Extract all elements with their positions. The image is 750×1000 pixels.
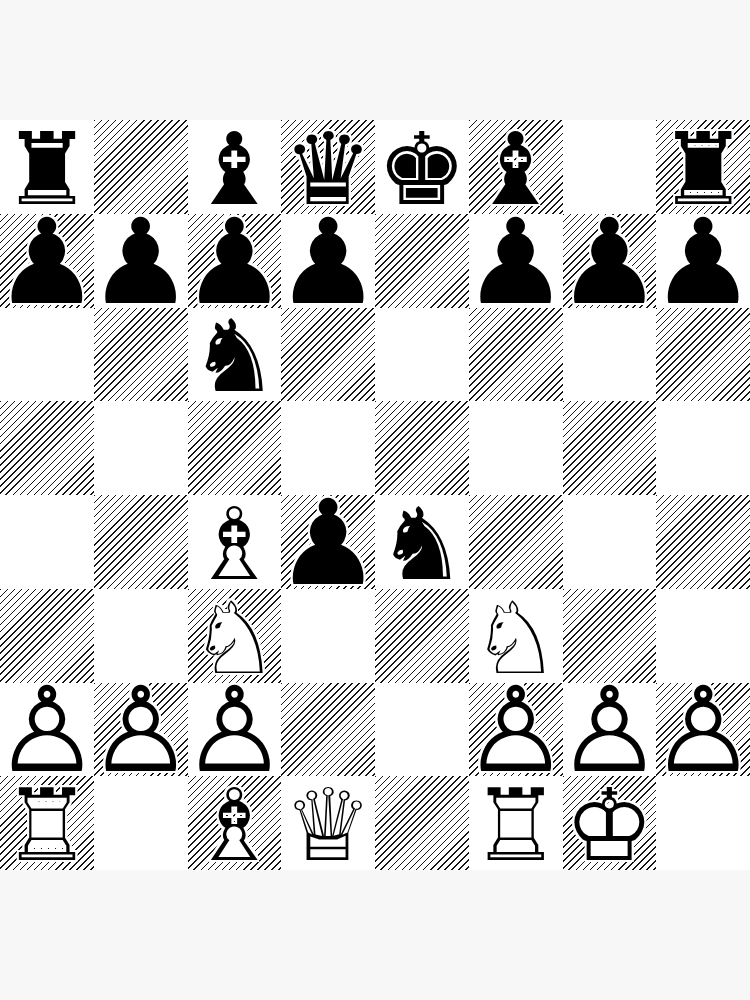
piece-halo: ♟ <box>188 684 282 778</box>
square-e6[interactable] <box>375 308 469 402</box>
piece-halo: ♟ <box>656 215 750 309</box>
white-pawn-h2: ♙ <box>656 684 750 778</box>
black-king-e8: ♚ <box>375 123 469 217</box>
piece-halo: ♞ <box>188 311 282 405</box>
black-pawn-a7: ♟ <box>0 215 94 309</box>
square-g6[interactable] <box>563 308 657 402</box>
piece-halo: ♞ <box>375 498 469 592</box>
piece-halo: ♝ <box>188 779 282 873</box>
black-queen-d8: ♛ <box>281 123 375 217</box>
piece-halo: ♟ <box>0 215 94 309</box>
piece-halo: ♟ <box>281 215 375 309</box>
white-bishop-c4: ♗ <box>188 498 282 592</box>
square-a3[interactable] <box>0 589 94 683</box>
square-c1[interactable]: ♝♗ <box>188 776 282 870</box>
square-g4[interactable] <box>563 495 657 589</box>
piece-halo: ♚ <box>375 123 469 217</box>
white-rook-a1: ♖ <box>0 779 94 873</box>
piece-halo: ♟ <box>188 215 282 309</box>
piece-halo: ♝ <box>188 498 282 592</box>
square-c7[interactable]: ♟♟ <box>188 214 282 308</box>
piece-halo: ♞ <box>188 592 282 686</box>
piece-halo: ♟ <box>94 684 188 778</box>
square-g3[interactable] <box>563 589 657 683</box>
black-knight-e4: ♞ <box>375 498 469 592</box>
white-rook-f1: ♖ <box>469 779 563 873</box>
square-d4[interactable]: ♟♟ <box>281 495 375 589</box>
square-b4[interactable] <box>94 495 188 589</box>
white-pawn-f2: ♙ <box>469 684 563 778</box>
black-rook-h8: ♜ <box>656 123 750 217</box>
piece-halo: ♜ <box>656 123 750 217</box>
square-b3[interactable] <box>94 589 188 683</box>
white-pawn-b2: ♙ <box>94 684 188 778</box>
white-queen-d1: ♕ <box>281 779 375 873</box>
square-g2[interactable]: ♟♙ <box>563 683 657 777</box>
square-h4[interactable] <box>656 495 750 589</box>
square-c3[interactable]: ♞♘ <box>188 589 282 683</box>
square-a8[interactable]: ♜♜ <box>0 120 94 214</box>
square-c5[interactable] <box>188 401 282 495</box>
square-h1[interactable] <box>656 776 750 870</box>
black-pawn-h7: ♟ <box>656 215 750 309</box>
square-a7[interactable]: ♟♟ <box>0 214 94 308</box>
square-g5[interactable] <box>563 401 657 495</box>
piece-halo: ♟ <box>563 215 657 309</box>
square-f7[interactable]: ♟♟ <box>469 214 563 308</box>
square-f4[interactable] <box>469 495 563 589</box>
piece-halo: ♞ <box>469 592 563 686</box>
square-d6[interactable] <box>281 308 375 402</box>
chess-board: ♜♜♝♝♛♛♚♚♝♝♜♜♟♟♟♟♟♟♟♟♟♟♟♟♟♟♞♞♝♗♟♟♞♞♞♘♞♘♟♙… <box>0 120 750 870</box>
square-f3[interactable]: ♞♘ <box>469 589 563 683</box>
square-b5[interactable] <box>94 401 188 495</box>
square-b6[interactable] <box>94 308 188 402</box>
square-c4[interactable]: ♝♗ <box>188 495 282 589</box>
white-bishop-c1: ♗ <box>188 779 282 873</box>
piece-halo: ♚ <box>563 779 657 873</box>
square-d3[interactable] <box>281 589 375 683</box>
piece-halo: ♛ <box>281 779 375 873</box>
square-e3[interactable] <box>375 589 469 683</box>
square-f8[interactable]: ♝♝ <box>469 120 563 214</box>
square-d1[interactable]: ♛♕ <box>281 776 375 870</box>
black-bishop-c8: ♝ <box>188 123 282 217</box>
square-e8[interactable]: ♚♚ <box>375 120 469 214</box>
square-h8[interactable]: ♜♜ <box>656 120 750 214</box>
square-d2[interactable] <box>281 683 375 777</box>
piece-halo: ♟ <box>656 684 750 778</box>
square-e5[interactable] <box>375 401 469 495</box>
square-e1[interactable] <box>375 776 469 870</box>
square-a1[interactable]: ♜♖ <box>0 776 94 870</box>
piece-halo: ♟ <box>0 684 94 778</box>
square-b7[interactable]: ♟♟ <box>94 214 188 308</box>
square-e4[interactable]: ♞♞ <box>375 495 469 589</box>
square-h5[interactable] <box>656 401 750 495</box>
square-f1[interactable]: ♜♖ <box>469 776 563 870</box>
piece-halo: ♟ <box>94 215 188 309</box>
square-a4[interactable] <box>0 495 94 589</box>
square-b1[interactable] <box>94 776 188 870</box>
piece-halo: ♝ <box>188 123 282 217</box>
piece-halo: ♟ <box>563 684 657 778</box>
square-h6[interactable] <box>656 308 750 402</box>
black-pawn-d4: ♟ <box>281 496 375 590</box>
black-pawn-b7: ♟ <box>94 215 188 309</box>
square-h3[interactable] <box>656 589 750 683</box>
piece-halo: ♜ <box>0 779 94 873</box>
piece-halo: ♝ <box>469 123 563 217</box>
square-c2[interactable]: ♟♙ <box>188 683 282 777</box>
black-bishop-f8: ♝ <box>469 123 563 217</box>
square-b8[interactable] <box>94 120 188 214</box>
square-g1[interactable]: ♚♔ <box>563 776 657 870</box>
square-d8[interactable]: ♛♛ <box>281 120 375 214</box>
square-g8[interactable] <box>563 120 657 214</box>
piece-halo: ♟ <box>469 684 563 778</box>
square-e2[interactable] <box>375 683 469 777</box>
square-c6[interactable]: ♞♞ <box>188 308 282 402</box>
white-knight-c3: ♘ <box>188 592 282 686</box>
black-knight-c6: ♞ <box>188 311 282 405</box>
square-h7[interactable]: ♟♟ <box>656 214 750 308</box>
square-a6[interactable] <box>0 308 94 402</box>
white-pawn-c2: ♙ <box>188 684 282 778</box>
black-pawn-f7: ♟ <box>469 215 563 309</box>
piece-halo: ♜ <box>469 779 563 873</box>
piece-halo: ♜ <box>0 123 94 217</box>
white-pawn-g2: ♙ <box>563 684 657 778</box>
black-pawn-d7: ♟ <box>281 215 375 309</box>
square-c8[interactable]: ♝♝ <box>188 120 282 214</box>
square-a5[interactable] <box>0 401 94 495</box>
square-e7[interactable] <box>375 214 469 308</box>
white-knight-f3: ♘ <box>469 592 563 686</box>
piece-halo: ♟ <box>469 215 563 309</box>
black-pawn-c7: ♟ <box>188 215 282 309</box>
square-f5[interactable] <box>469 401 563 495</box>
piece-halo: ♟ <box>281 496 375 590</box>
white-king-g1: ♔ <box>563 779 657 873</box>
black-rook-a8: ♜ <box>0 123 94 217</box>
white-pawn-a2: ♙ <box>0 684 94 778</box>
chess-diagram-page: ♜♜♝♝♛♛♚♚♝♝♜♜♟♟♟♟♟♟♟♟♟♟♟♟♟♟♞♞♝♗♟♟♞♞♞♘♞♘♟♙… <box>0 0 750 1000</box>
square-f2[interactable]: ♟♙ <box>469 683 563 777</box>
square-g7[interactable]: ♟♟ <box>563 214 657 308</box>
square-d7[interactable]: ♟♟ <box>281 214 375 308</box>
piece-halo: ♛ <box>281 123 375 217</box>
square-f6[interactable] <box>469 308 563 402</box>
black-pawn-g7: ♟ <box>563 215 657 309</box>
square-b2[interactable]: ♟♙ <box>94 683 188 777</box>
square-d5[interactable] <box>281 401 375 495</box>
square-h2[interactable]: ♟♙ <box>656 683 750 777</box>
square-a2[interactable]: ♟♙ <box>0 683 94 777</box>
